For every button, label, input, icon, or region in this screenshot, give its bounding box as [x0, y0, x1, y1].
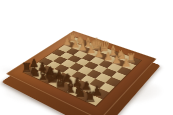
square-a5 — [105, 77, 121, 87]
piece-white-pawn: ♟ — [112, 54, 122, 65]
board-scene: ♜♞♝♚♛♝♞♜♟♟♟♟♟♟♟♟♟♟♟♟♟♟♟♟♜♞♝♚♛♝♞♜ — [0, 0, 173, 115]
chessboard-photo: ♜♞♝♚♛♝♞♜♟♟♟♟♟♟♟♟♟♟♟♟♟♟♟♟♜♞♝♚♛♝♞♜ — [0, 0, 173, 115]
chess-board: ♜♞♝♚♛♝♞♜♟♟♟♟♟♟♟♟♟♟♟♟♟♟♟♟♜♞♝♚♛♝♞♜ — [6, 31, 157, 115]
piece-white-pawn: ♟ — [121, 58, 131, 69]
board-frame: ♜♞♝♚♛♝♞♜♟♟♟♟♟♟♟♟♟♟♟♟♟♟♟♟♜♞♝♚♛♝♞♜ — [6, 31, 157, 115]
piece-black-rook: ♜ — [84, 90, 97, 104]
